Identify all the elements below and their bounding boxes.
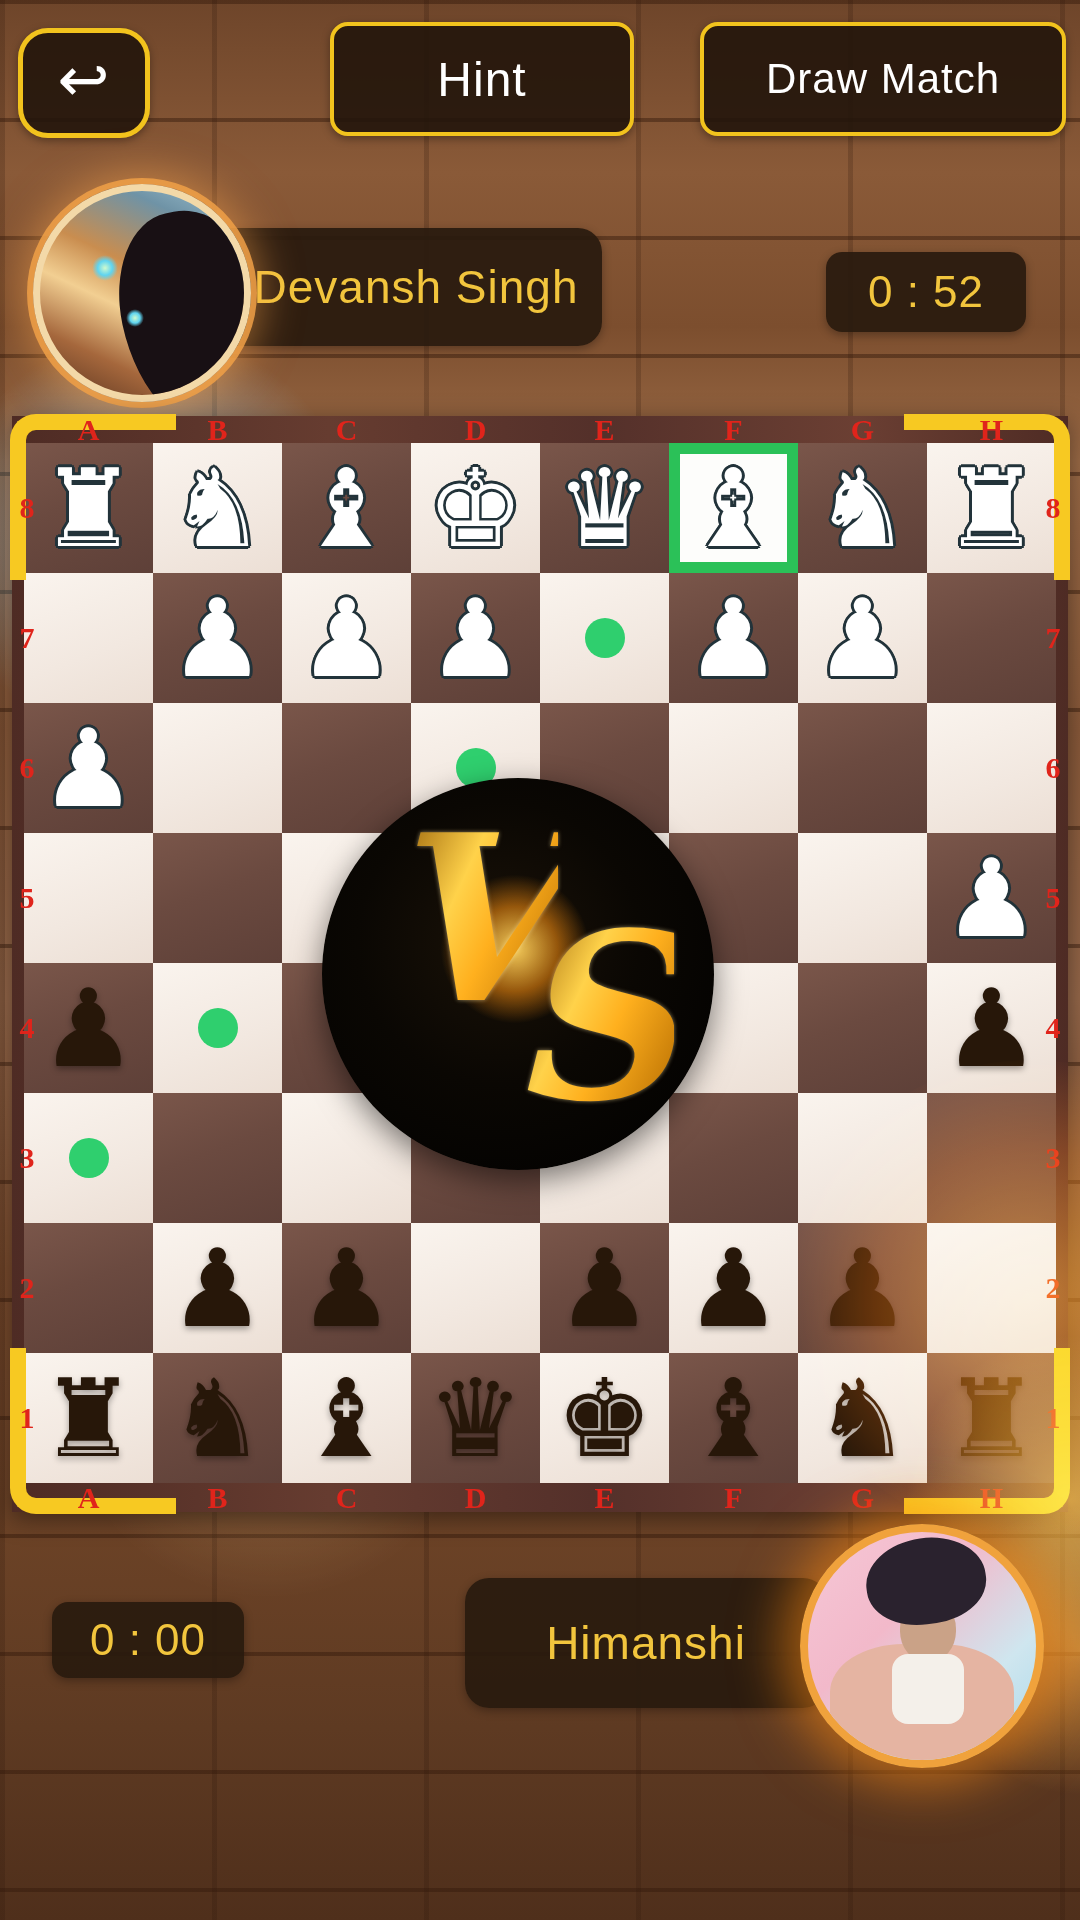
square-h2[interactable] — [927, 1223, 1056, 1353]
file-label-g-top: G — [798, 416, 927, 443]
black-r-piece-a1: ♜ — [24, 1353, 153, 1483]
square-g4[interactable] — [798, 963, 927, 1093]
black-p-piece-f2: ♟ — [669, 1223, 798, 1353]
black-p-piece-h4: ♟ — [927, 963, 1056, 1093]
square-g3[interactable] — [798, 1093, 927, 1223]
file-label-e-top: E — [540, 416, 669, 443]
file-label-d-bottom: D — [411, 1483, 540, 1512]
white-q-piece-e8: ♛ — [540, 443, 669, 573]
square-g5[interactable] — [798, 833, 927, 963]
square-a1[interactable]: ♜ — [24, 1353, 153, 1483]
back-button[interactable]: ↩ — [18, 28, 150, 138]
avatar-shirt — [892, 1654, 964, 1724]
white-r-piece-a8: ♜ — [24, 443, 153, 573]
draw-match-button[interactable]: Draw Match — [700, 22, 1066, 136]
top-player-timer: 0 : 52 — [826, 252, 1026, 332]
rank-label-6-left: 6 — [14, 703, 40, 833]
square-g6[interactable] — [798, 703, 927, 833]
white-p-piece-d7: ♟ — [411, 573, 540, 703]
square-b2[interactable]: ♟ — [153, 1223, 282, 1353]
square-h3[interactable] — [927, 1093, 1056, 1223]
square-h4[interactable]: ♟ — [927, 963, 1056, 1093]
square-c2[interactable]: ♟ — [282, 1223, 411, 1353]
bottom-player-name: Himanshi — [465, 1578, 827, 1708]
rank-label-7-right: 7 — [1040, 573, 1066, 703]
square-b6[interactable] — [153, 703, 282, 833]
white-b-piece-f8: ♝ — [669, 443, 798, 573]
square-e7[interactable] — [540, 573, 669, 703]
square-c7[interactable]: ♟ — [282, 573, 411, 703]
file-label-c-top: C — [282, 416, 411, 443]
square-h8[interactable]: ♜ — [927, 443, 1056, 573]
square-a6[interactable]: ♟ — [24, 703, 153, 833]
rank-label-7-left: 7 — [14, 573, 40, 703]
rank-label-4-left: 4 — [14, 963, 40, 1093]
square-f7[interactable]: ♟ — [669, 573, 798, 703]
square-e1[interactable]: ♚ — [540, 1353, 669, 1483]
rank-label-8-left: 8 — [14, 443, 40, 573]
black-b-piece-f1: ♝ — [669, 1353, 798, 1483]
square-a8[interactable]: ♜ — [24, 443, 153, 573]
rank-label-5-left: 5 — [14, 833, 40, 963]
square-d8[interactable]: ♚ — [411, 443, 540, 573]
square-e2[interactable]: ♟ — [540, 1223, 669, 1353]
black-p-piece-a4: ♟ — [24, 963, 153, 1093]
square-d2[interactable] — [411, 1223, 540, 1353]
square-g1[interactable]: ♞ — [798, 1353, 927, 1483]
rank-label-4-right: 4 — [1040, 963, 1066, 1093]
white-p-piece-c7: ♟ — [282, 573, 411, 703]
square-e8[interactable]: ♛ — [540, 443, 669, 573]
square-b4[interactable] — [153, 963, 282, 1093]
file-label-d-top: D — [411, 416, 540, 443]
square-h6[interactable] — [927, 703, 1056, 833]
black-p-piece-g2: ♟ — [798, 1223, 927, 1353]
black-n-piece-g1: ♞ — [798, 1353, 927, 1483]
avatar-sparkle — [92, 255, 118, 281]
vs-badge: V S — [322, 778, 714, 1170]
square-d7[interactable]: ♟ — [411, 573, 540, 703]
square-h5[interactable]: ♟ — [927, 833, 1056, 963]
rank-label-5-right: 5 — [1040, 833, 1066, 963]
square-h1[interactable]: ♜ — [927, 1353, 1056, 1483]
file-label-a-bottom: A — [24, 1483, 153, 1512]
square-f6[interactable] — [669, 703, 798, 833]
hint-dot-b4[interactable] — [198, 1008, 238, 1048]
avatar-headwrap — [861, 1530, 992, 1632]
square-f2[interactable]: ♟ — [669, 1223, 798, 1353]
white-p-piece-g7: ♟ — [798, 573, 927, 703]
square-a2[interactable] — [24, 1223, 153, 1353]
square-g2[interactable]: ♟ — [798, 1223, 927, 1353]
square-a5[interactable] — [24, 833, 153, 963]
square-g7[interactable]: ♟ — [798, 573, 927, 703]
white-p-piece-b7: ♟ — [153, 573, 282, 703]
square-f3[interactable] — [669, 1093, 798, 1223]
rank-label-1-left: 1 — [14, 1353, 40, 1483]
square-b8[interactable]: ♞ — [153, 443, 282, 573]
white-b-piece-c8: ♝ — [282, 443, 411, 573]
rank-label-3-left: 3 — [14, 1093, 40, 1223]
rank-label-2-left: 2 — [14, 1223, 40, 1353]
black-p-piece-c2: ♟ — [282, 1223, 411, 1353]
vs-letter-s: S — [508, 882, 674, 1152]
black-b-piece-c1: ♝ — [282, 1353, 411, 1483]
square-f1[interactable]: ♝ — [669, 1353, 798, 1483]
bottom-player-avatar[interactable] — [800, 1524, 1044, 1768]
file-label-a-top: A — [24, 416, 153, 443]
file-label-f-bottom: F — [669, 1483, 798, 1512]
black-q-piece-d1: ♛ — [411, 1353, 540, 1483]
avatar-silhouette — [102, 196, 251, 402]
square-b3[interactable] — [153, 1093, 282, 1223]
rank-label-6-right: 6 — [1040, 703, 1066, 833]
file-label-e-bottom: E — [540, 1483, 669, 1512]
square-a3[interactable] — [24, 1093, 153, 1223]
white-n-piece-b8: ♞ — [153, 443, 282, 573]
square-g8[interactable]: ♞ — [798, 443, 927, 573]
square-h7[interactable] — [927, 573, 1056, 703]
bottom-player-timer: 0 : 00 — [52, 1602, 244, 1678]
square-c1[interactable]: ♝ — [282, 1353, 411, 1483]
file-label-g-bottom: G — [798, 1483, 927, 1512]
file-label-c-bottom: C — [282, 1483, 411, 1512]
rank-label-1-right: 1 — [1040, 1353, 1066, 1483]
rank-label-2-right: 2 — [1040, 1223, 1066, 1353]
white-r-piece-h8: ♜ — [927, 443, 1056, 573]
white-p-piece-h5: ♟ — [927, 833, 1056, 963]
rank-label-8-right: 8 — [1040, 443, 1066, 573]
square-f8[interactable]: ♝ — [669, 443, 798, 573]
white-p-piece-a6: ♟ — [24, 703, 153, 833]
square-c8[interactable]: ♝ — [282, 443, 411, 573]
file-label-f-top: F — [669, 416, 798, 443]
hint-dot-a3[interactable] — [69, 1138, 109, 1178]
white-n-piece-g8: ♞ — [798, 443, 927, 573]
avatar-sparkle — [126, 309, 144, 327]
back-icon: ↩ — [58, 43, 111, 116]
square-b1[interactable]: ♞ — [153, 1353, 282, 1483]
white-k-piece-d8: ♚ — [411, 443, 540, 573]
file-label-h-top: H — [927, 416, 1056, 443]
file-label-b-bottom: B — [153, 1483, 282, 1512]
hint-dot-e7[interactable] — [585, 618, 625, 658]
rank-label-3-right: 3 — [1040, 1093, 1066, 1223]
black-p-piece-e2: ♟ — [540, 1223, 669, 1353]
hint-button[interactable]: Hint — [330, 22, 634, 136]
square-a4[interactable]: ♟ — [24, 963, 153, 1093]
file-label-b-top: B — [153, 416, 282, 443]
black-r-piece-h1: ♜ — [927, 1353, 1056, 1483]
square-b5[interactable] — [153, 833, 282, 963]
black-k-piece-e1: ♚ — [540, 1353, 669, 1483]
square-d1[interactable]: ♛ — [411, 1353, 540, 1483]
square-b7[interactable]: ♟ — [153, 573, 282, 703]
top-player-avatar[interactable] — [33, 184, 251, 402]
square-a7[interactable] — [24, 573, 153, 703]
file-label-h-bottom: H — [927, 1483, 1056, 1512]
black-p-piece-b2: ♟ — [153, 1223, 282, 1353]
black-n-piece-b1: ♞ — [153, 1353, 282, 1483]
white-p-piece-f7: ♟ — [669, 573, 798, 703]
